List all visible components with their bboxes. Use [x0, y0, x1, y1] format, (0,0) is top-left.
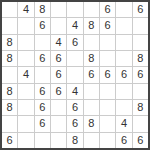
cell-r8c3[interactable]: 6 — [35, 116, 50, 131]
cell-r6c5[interactable]: 4 — [67, 84, 82, 99]
cell-r7c3[interactable]: 6 — [35, 100, 50, 115]
cell-r9c5[interactable]: 8 — [67, 133, 82, 148]
cell-r7c5[interactable]: 6 — [67, 100, 82, 115]
cell-r3c4[interactable]: 4 — [51, 35, 66, 50]
cell-r5c1[interactable] — [2, 67, 17, 82]
cell-r2c8[interactable] — [116, 18, 131, 33]
cell-r8c1[interactable] — [2, 116, 17, 131]
cell-r5c6[interactable]: 6 — [84, 67, 99, 82]
cell-r8c9[interactable] — [133, 116, 148, 131]
cell-r2c7[interactable]: 6 — [100, 18, 115, 33]
sudoku-board: 48666486846866884666668664866866846866 — [0, 0, 150, 150]
cell-r9c4[interactable] — [51, 133, 66, 148]
cell-r8c7[interactable] — [100, 116, 115, 131]
cell-r5c8[interactable]: 6 — [116, 67, 131, 82]
cell-r9c1[interactable]: 6 — [2, 133, 17, 148]
cell-r4c3[interactable]: 6 — [35, 51, 50, 66]
cell-r6c6[interactable] — [84, 84, 99, 99]
cell-r4c7[interactable] — [100, 51, 115, 66]
cell-r7c4[interactable] — [51, 100, 66, 115]
cell-r9c9[interactable]: 6 — [133, 133, 148, 148]
cell-r5c3[interactable] — [35, 67, 50, 82]
cell-r1c5[interactable] — [67, 2, 82, 17]
cell-r9c3[interactable] — [35, 133, 50, 148]
sudoku-grid: 48666486846866884666668664866866846866 — [0, 0, 150, 150]
cell-r6c2[interactable] — [18, 84, 33, 99]
cell-r2c1[interactable] — [2, 18, 17, 33]
cell-r6c9[interactable] — [133, 84, 148, 99]
cell-r1c2[interactable]: 4 — [18, 2, 33, 17]
cell-r6c7[interactable] — [100, 84, 115, 99]
cell-r1c3[interactable]: 8 — [35, 2, 50, 17]
cell-r3c1[interactable]: 8 — [2, 35, 17, 50]
cell-r8c8[interactable]: 4 — [116, 116, 131, 131]
cell-r6c1[interactable]: 8 — [2, 84, 17, 99]
cell-r5c5[interactable] — [67, 67, 82, 82]
cell-r4c2[interactable] — [18, 51, 33, 66]
cell-r7c2[interactable] — [18, 100, 33, 115]
cell-r5c4[interactable]: 6 — [51, 67, 66, 82]
cell-r5c7[interactable]: 6 — [100, 67, 115, 82]
cell-r8c2[interactable] — [18, 116, 33, 131]
cell-r8c6[interactable]: 8 — [84, 116, 99, 131]
cell-r5c9[interactable]: 6 — [133, 67, 148, 82]
cell-r4c6[interactable]: 8 — [84, 51, 99, 66]
cell-r6c8[interactable] — [116, 84, 131, 99]
cell-r5c2[interactable]: 4 — [18, 67, 33, 82]
cell-r3c7[interactable] — [100, 35, 115, 50]
cell-r6c3[interactable]: 6 — [35, 84, 50, 99]
cell-r1c8[interactable] — [116, 2, 131, 17]
cell-r7c6[interactable] — [84, 100, 99, 115]
cell-r9c7[interactable] — [100, 133, 115, 148]
cell-r4c1[interactable]: 8 — [2, 51, 17, 66]
cell-r7c9[interactable]: 8 — [133, 100, 148, 115]
cell-r2c2[interactable] — [18, 18, 33, 33]
cell-r8c4[interactable] — [51, 116, 66, 131]
cell-r4c5[interactable] — [67, 51, 82, 66]
cell-r8c5[interactable]: 6 — [67, 116, 82, 131]
cell-r6c4[interactable]: 6 — [51, 84, 66, 99]
cell-r3c5[interactable]: 6 — [67, 35, 82, 50]
cell-r2c9[interactable] — [133, 18, 148, 33]
cell-r7c7[interactable] — [100, 100, 115, 115]
cell-r7c8[interactable] — [116, 100, 131, 115]
cell-r3c9[interactable] — [133, 35, 148, 50]
cell-r3c8[interactable] — [116, 35, 131, 50]
cell-r1c9[interactable]: 6 — [133, 2, 148, 17]
cell-r4c9[interactable]: 8 — [133, 51, 148, 66]
cell-r1c4[interactable] — [51, 2, 66, 17]
cell-r7c1[interactable]: 8 — [2, 100, 17, 115]
cell-r4c8[interactable] — [116, 51, 131, 66]
cell-r9c2[interactable] — [18, 133, 33, 148]
cell-r3c3[interactable] — [35, 35, 50, 50]
cell-r3c6[interactable] — [84, 35, 99, 50]
cell-r1c7[interactable]: 6 — [100, 2, 115, 17]
cell-r9c8[interactable]: 6 — [116, 133, 131, 148]
cell-r2c4[interactable] — [51, 18, 66, 33]
cell-r3c2[interactable] — [18, 35, 33, 50]
cell-r1c6[interactable] — [84, 2, 99, 17]
cell-r1c1[interactable] — [2, 2, 17, 17]
cell-r2c6[interactable]: 8 — [84, 18, 99, 33]
cell-r2c3[interactable]: 6 — [35, 18, 50, 33]
cell-r2c5[interactable]: 4 — [67, 18, 82, 33]
cell-r4c4[interactable]: 6 — [51, 51, 66, 66]
cell-r9c6[interactable] — [84, 133, 99, 148]
